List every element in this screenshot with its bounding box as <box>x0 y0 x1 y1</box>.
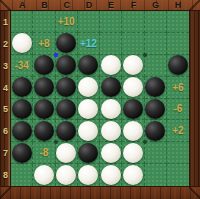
black-disc-B6 <box>34 121 54 141</box>
cell-A7[interactable] <box>11 142 33 164</box>
cell-A8[interactable] <box>11 164 33 186</box>
cell-C1[interactable]: +10 <box>56 11 78 33</box>
cell-E3[interactable] <box>100 55 122 77</box>
cell-F1[interactable] <box>122 11 144 33</box>
best-move-eval-D2: +12 <box>80 38 97 49</box>
star-point-dot <box>54 140 58 144</box>
move-eval-C1: +10 <box>58 16 75 27</box>
row-label-2: 2 <box>0 38 11 50</box>
white-disc-E5 <box>101 99 121 119</box>
white-disc-C8 <box>56 165 76 185</box>
white-disc-B8 <box>34 165 54 185</box>
star-point-dot <box>143 140 147 144</box>
column-label-H: H <box>170 0 186 11</box>
cell-D8[interactable] <box>78 164 100 186</box>
black-disc-C2 <box>56 33 76 53</box>
cell-H4[interactable]: +6 <box>167 77 189 99</box>
white-disc-C7 <box>56 143 76 163</box>
white-disc-E3 <box>101 55 121 75</box>
white-disc-F4 <box>123 77 143 97</box>
cell-D2[interactable]: +12 <box>78 33 100 55</box>
white-disc-E6 <box>101 121 121 141</box>
row-label-3: 3 <box>0 60 11 72</box>
cell-F3[interactable] <box>122 55 144 77</box>
cell-C6[interactable] <box>56 120 78 142</box>
cell-G3[interactable] <box>145 55 167 77</box>
cell-E8[interactable] <box>100 164 122 186</box>
black-disc-E4 <box>101 77 121 97</box>
black-disc-A5 <box>12 99 32 119</box>
move-eval-H4: +6 <box>172 82 183 93</box>
cell-B2[interactable]: +8 <box>33 33 55 55</box>
star-point-dot <box>143 53 147 57</box>
cell-H7[interactable] <box>167 142 189 164</box>
move-eval-B2: +8 <box>38 38 49 49</box>
cell-F5[interactable] <box>122 99 144 121</box>
black-disc-F5 <box>123 99 143 119</box>
white-disc-F8 <box>123 165 143 185</box>
cell-H2[interactable] <box>167 33 189 55</box>
row-label-8: 8 <box>0 169 11 181</box>
cell-E1[interactable] <box>100 11 122 33</box>
black-disc-D3 <box>78 55 98 75</box>
black-disc-G4 <box>145 77 165 97</box>
black-disc-B5 <box>34 99 54 119</box>
cell-D7[interactable] <box>78 142 100 164</box>
white-disc-E7 <box>101 143 121 163</box>
cell-G4[interactable] <box>145 77 167 99</box>
othello-board-window: ABCDEFGH 12345678 +10+8+12-34+6-6+2-8 <box>0 0 200 199</box>
cell-B3[interactable] <box>33 55 55 77</box>
black-disc-B4 <box>34 77 54 97</box>
cell-H8[interactable] <box>167 164 189 186</box>
cell-A5[interactable] <box>11 99 33 121</box>
cell-G8[interactable] <box>145 164 167 186</box>
black-disc-B3 <box>34 55 54 75</box>
black-disc-G6 <box>145 121 165 141</box>
cell-D1[interactable] <box>78 11 100 33</box>
cell-D3[interactable] <box>78 55 100 77</box>
black-disc-D7 <box>78 143 98 163</box>
othello-board[interactable]: +10+8+12-34+6-6+2-8 <box>11 11 189 186</box>
cell-E2[interactable] <box>100 33 122 55</box>
board-frame-right <box>189 11 200 186</box>
cell-G6[interactable] <box>145 120 167 142</box>
cell-F7[interactable] <box>122 142 144 164</box>
column-label-G: G <box>148 0 164 11</box>
cell-A3[interactable]: -34 <box>11 55 33 77</box>
black-disc-G5 <box>145 99 165 119</box>
cell-B5[interactable] <box>33 99 55 121</box>
cell-H6[interactable]: +2 <box>167 120 189 142</box>
cell-A2[interactable] <box>11 33 33 55</box>
cell-B1[interactable] <box>33 11 55 33</box>
row-label-6: 6 <box>0 125 11 137</box>
cell-G5[interactable] <box>145 99 167 121</box>
cell-D4[interactable] <box>78 77 100 99</box>
column-label-E: E <box>103 0 119 11</box>
white-disc-F7 <box>123 143 143 163</box>
row-label-5: 5 <box>0 103 11 115</box>
cell-H1[interactable] <box>167 11 189 33</box>
white-disc-D6 <box>78 121 98 141</box>
column-label-B: B <box>36 0 52 11</box>
board-frame-left: 12345678 <box>0 11 11 186</box>
white-disc-D8 <box>78 165 98 185</box>
white-disc-F6 <box>123 121 143 141</box>
cell-F2[interactable] <box>122 33 144 55</box>
white-disc-A2 <box>12 33 32 53</box>
black-disc-C4 <box>56 77 76 97</box>
black-disc-C6 <box>56 121 76 141</box>
cell-H3[interactable] <box>167 55 189 77</box>
cell-E7[interactable] <box>100 142 122 164</box>
cell-E5[interactable] <box>100 99 122 121</box>
column-label-C: C <box>59 0 75 11</box>
cell-F8[interactable] <box>122 164 144 186</box>
row-label-7: 7 <box>0 147 11 159</box>
cell-C3[interactable] <box>56 55 78 77</box>
cell-C7[interactable] <box>56 142 78 164</box>
cell-E4[interactable] <box>100 77 122 99</box>
cell-B4[interactable] <box>33 77 55 99</box>
board-frame-top: ABCDEFGH <box>0 0 200 11</box>
cell-B7[interactable]: -8 <box>33 142 55 164</box>
cell-C5[interactable] <box>56 99 78 121</box>
white-disc-E8 <box>101 165 121 185</box>
move-eval-A3: -34 <box>14 60 28 71</box>
cell-G7[interactable] <box>145 142 167 164</box>
cell-A4[interactable] <box>11 77 33 99</box>
black-disc-H3 <box>168 55 188 75</box>
black-disc-A6 <box>12 121 32 141</box>
move-eval-H5: -6 <box>173 103 182 114</box>
cell-D5[interactable] <box>78 99 100 121</box>
white-disc-D4 <box>78 77 98 97</box>
cell-C4[interactable] <box>56 77 78 99</box>
cell-F4[interactable] <box>122 77 144 99</box>
cell-G2[interactable] <box>145 33 167 55</box>
cell-C8[interactable] <box>56 164 78 186</box>
cell-G1[interactable] <box>145 11 167 33</box>
move-eval-H6: +2 <box>172 125 183 136</box>
cell-C2[interactable] <box>56 33 78 55</box>
cell-A1[interactable] <box>11 11 33 33</box>
column-label-A: A <box>14 0 30 11</box>
board-frame-bottom <box>0 186 200 199</box>
cell-H5[interactable]: -6 <box>167 99 189 121</box>
cell-A6[interactable] <box>11 120 33 142</box>
cell-F6[interactable] <box>122 120 144 142</box>
cell-D6[interactable] <box>78 120 100 142</box>
black-disc-A7 <box>12 143 32 163</box>
black-disc-A4 <box>12 77 32 97</box>
white-disc-D5 <box>78 99 98 119</box>
cell-B8[interactable] <box>33 164 55 186</box>
column-label-D: D <box>81 0 97 11</box>
black-disc-C3 <box>56 55 76 75</box>
cell-B6[interactable] <box>33 120 55 142</box>
black-disc-C5 <box>56 99 76 119</box>
white-disc-F3 <box>123 55 143 75</box>
column-label-F: F <box>125 0 141 11</box>
row-label-4: 4 <box>0 82 11 94</box>
row-label-1: 1 <box>0 16 11 28</box>
highlighted-intersection-dot <box>54 53 58 57</box>
move-eval-B7: -8 <box>39 147 48 158</box>
cell-E6[interactable] <box>100 120 122 142</box>
